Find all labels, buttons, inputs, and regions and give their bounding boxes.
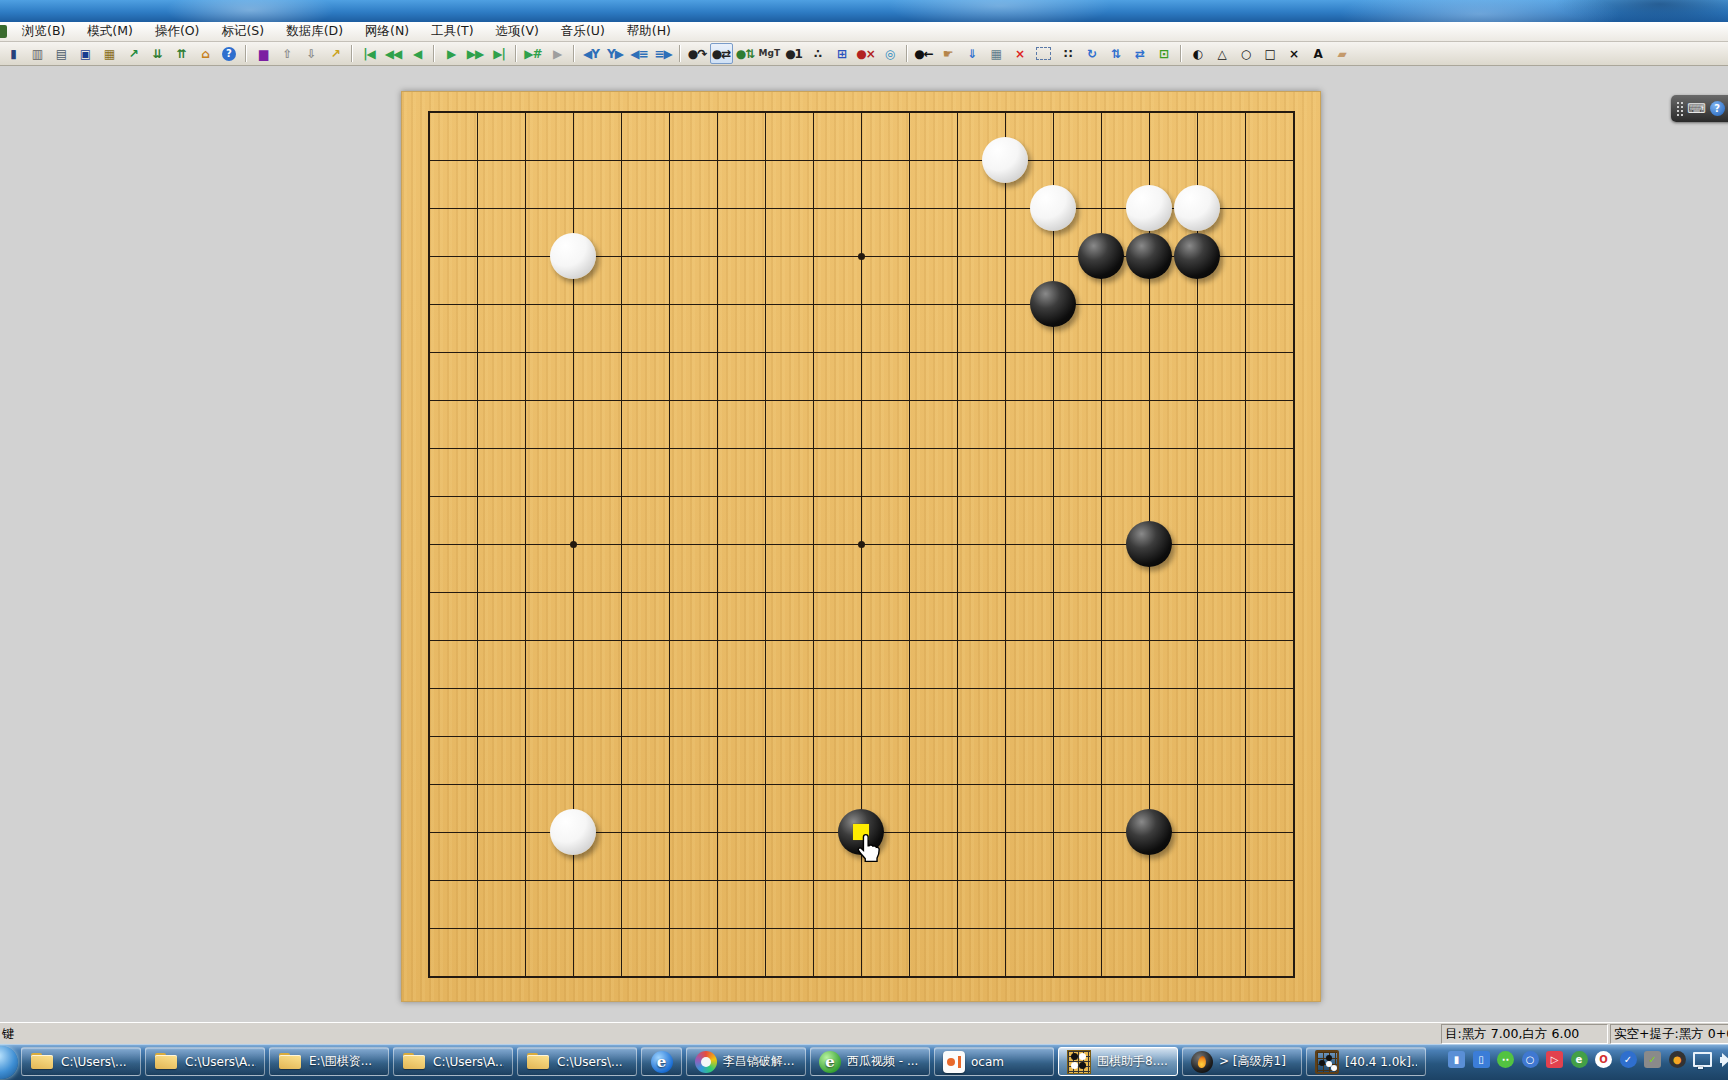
taskbar-button-label: 西瓜视频 - ... — [847, 1053, 918, 1070]
taskbar-button-label: C:\Users\A... — [433, 1055, 504, 1069]
stone-black-od[interactable] — [1078, 233, 1124, 279]
system-tray: ▮▯∙∙○▷eO✓✓● — [1448, 1051, 1728, 1068]
taskbar-button-label: 李昌镐破解... — [723, 1053, 794, 1070]
folder-window-1[interactable]: C:\Users\... — [21, 1047, 141, 1076]
folder-icon — [154, 1052, 179, 1071]
wood-board-icon — [1315, 1050, 1339, 1074]
letter-mark-icon[interactable]: A — [1306, 43, 1329, 64]
globe-icon[interactable]: ◎ — [878, 43, 901, 64]
delete-icon[interactable]: × — [1008, 43, 1031, 64]
langbar-help-icon[interactable]: ? — [1710, 101, 1725, 116]
play-mode-icon[interactable]: ●⇄ — [710, 43, 733, 64]
usb-device-icon[interactable]: ▯ — [1473, 1051, 1490, 1068]
folder-icon — [278, 1052, 303, 1071]
board-grid-icon[interactable]: ▦ — [98, 43, 121, 64]
keyboard-icon[interactable]: ⌨ — [1687, 101, 1706, 116]
mgt-format-icon[interactable]: MgT — [758, 43, 782, 64]
folder-icon — [402, 1052, 427, 1071]
nav-first-icon[interactable]: |◀ — [358, 43, 381, 64]
star-point — [858, 541, 865, 548]
open-export-icon[interactable]: ↗ — [324, 43, 347, 64]
count-icon[interactable]: ▦ — [984, 43, 1007, 64]
menu-item-5[interactable]: 网络(N) — [354, 22, 420, 41]
input-language-bar: ⌨ ? — [1671, 95, 1728, 122]
trial-play-icon[interactable]: ●⇅ — [734, 43, 757, 64]
tree-view-icon[interactable]: ∴ — [806, 43, 829, 64]
export-window-icon[interactable]: ↗ — [122, 43, 145, 64]
undo-move-icon[interactable]: ●↷ — [686, 43, 709, 64]
folder-window-5[interactable]: C:\Users\... — [517, 1047, 637, 1076]
down-arrow-icon[interactable]: ⇩ — [300, 43, 323, 64]
save-icon[interactable]: ▮ — [2, 43, 25, 64]
flip-vertical-icon[interactable]: ⇅ — [1104, 43, 1127, 64]
status-score: 实空+提子:黑方 0+0->0.00 白 — [1610, 1024, 1728, 1044]
menu-item-6[interactable]: 工具(T) — [420, 22, 484, 41]
xigua-video-window[interactable]: e西瓜视频 - ... — [810, 1047, 930, 1076]
wechat-icon[interactable]: ∙∙ — [1497, 1051, 1514, 1068]
square-mark-icon[interactable]: □ — [1258, 43, 1281, 64]
network-icon[interactable] — [1693, 1052, 1712, 1067]
home-icon[interactable]: ⌂ — [194, 43, 217, 64]
menu-item-0[interactable]: 浏览(B) — [11, 22, 76, 41]
triangle-mark-icon[interactable]: △ — [1210, 43, 1233, 64]
hand-place-icon[interactable]: ☛ — [936, 43, 959, 64]
document-icon[interactable]: ▤ — [50, 43, 73, 64]
go-client-window[interactable]: [40.4 1.0k]... — [1306, 1047, 1426, 1076]
taskbar: C:\Users\...C:\Users\A...E:\围棋资...C:\Use… — [0, 1044, 1728, 1080]
mouse-cursor — [856, 833, 882, 867]
menu-item-2[interactable]: 操作(O) — [144, 22, 211, 41]
folder-window-2[interactable]: C:\Users\A... — [145, 1047, 265, 1076]
workspace: ⌨ ? — [0, 66, 1728, 1022]
menu-item-7[interactable]: 选项(V) — [485, 22, 550, 41]
stone-black-pp[interactable] — [1126, 809, 1172, 855]
drop-stone-icon[interactable]: ⇓ — [960, 43, 983, 64]
volume-icon[interactable] — [1720, 1053, 1728, 1067]
stone-black-pd[interactable] — [1126, 233, 1172, 279]
ocam-icon — [943, 1051, 965, 1073]
menu-item-3[interactable]: 标记(S) — [210, 22, 275, 41]
stone-white-dp[interactable] — [550, 809, 596, 855]
folder-icon — [526, 1052, 551, 1071]
status-territory: 目:黑方 7.00,白方 6.00 — [1441, 1024, 1608, 1044]
move-number-icon[interactable]: ●1 — [782, 43, 805, 64]
print-icon[interactable]: ▥ — [26, 43, 49, 64]
nav-last-icon[interactable]: ▶| — [488, 43, 511, 64]
game-ball-icon[interactable]: ● — [1669, 1051, 1686, 1068]
select-region-icon[interactable] — [1032, 43, 1055, 64]
db-upload-icon[interactable]: ⇊ — [146, 43, 169, 64]
swirl-icon — [695, 1051, 717, 1073]
folder-window-3[interactable]: E:\围棋资... — [269, 1047, 389, 1076]
stone-mark-icon[interactable]: ◐ — [1186, 43, 1209, 64]
star-point — [858, 253, 865, 260]
scatter-stones-icon[interactable]: ∷ — [1056, 43, 1079, 64]
taskbar-button-label: > [高级房1] — [1219, 1053, 1286, 1070]
book-icon[interactable]: ▆ — [252, 43, 275, 64]
eraser-icon[interactable]: ▰ — [1330, 43, 1353, 64]
screen: 浏览(B)模式(M)操作(O)标记(S)数据库(D)网络(N)工具(T)选项(V… — [0, 0, 1728, 1080]
taskbar-button-label: C:\Users\... — [61, 1055, 127, 1069]
db-download-icon[interactable]: ⇈ — [170, 43, 193, 64]
image-view-icon[interactable]: ▣ — [74, 43, 97, 64]
ocam-window[interactable]: ocam — [934, 1047, 1054, 1076]
green-browser-icon[interactable]: e — [1571, 1051, 1588, 1068]
x-mark-icon[interactable]: × — [1282, 43, 1305, 64]
toolbar: ▮▥▤▣▦↗⇊⇈⌂?▆⇧⇩↗|◀◀◀◀▶▶▶▶|▶#▶◀YY▶◀≡≡▶●↷●⇄●… — [0, 42, 1728, 66]
stone-black-pj[interactable] — [1126, 521, 1172, 567]
taskbar-button-label: C:\Users\A... — [185, 1055, 256, 1069]
menu-item-9[interactable]: 帮助(H) — [616, 22, 682, 41]
video-window[interactable]: 李昌镐破解... — [686, 1047, 806, 1076]
star-point — [570, 541, 577, 548]
taskbar-button-label: [40.4 1.0k]... — [1345, 1055, 1417, 1069]
flame-icon — [1191, 1051, 1213, 1073]
menu-bar: 浏览(B)模式(M)操作(O)标记(S)数据库(D)网络(N)工具(T)选项(V… — [0, 22, 1728, 42]
stone-white-dd[interactable] — [550, 233, 596, 279]
stone-white-pc[interactable] — [1126, 185, 1172, 231]
branch-next-icon[interactable]: Y▶ — [604, 43, 627, 64]
go-board-icon — [1067, 1050, 1091, 1074]
usb-safe-icon[interactable]: ✓ — [1644, 1051, 1661, 1068]
taskbar-buttons: C:\Users\...C:\Users\A...E:\围棋资...C:\Use… — [21, 1047, 1426, 1076]
stone-black-ne[interactable] — [1030, 281, 1076, 327]
menu-item-8[interactable]: 音乐(U) — [550, 22, 616, 41]
taskbar-button-label: C:\Users\... — [557, 1055, 623, 1069]
folder-icon — [30, 1052, 55, 1071]
nav-back10-icon[interactable]: ◀◀ — [382, 43, 405, 64]
branch-prev-icon[interactable]: ◀Y — [580, 43, 603, 64]
stone-black-qd[interactable] — [1174, 233, 1220, 279]
red-ring-icon[interactable]: O — [1595, 1051, 1612, 1068]
comment-next-icon[interactable]: ≡▶ — [652, 43, 675, 64]
blue-e-icon: e — [651, 1051, 673, 1073]
rotate-icon[interactable]: ↻ — [1080, 43, 1103, 64]
remove-stones-icon[interactable]: ●× — [854, 43, 877, 64]
table-view-icon[interactable]: ⊞ — [830, 43, 853, 64]
green-e-icon: e — [819, 1051, 841, 1073]
taskbar-button-label: ocam — [971, 1055, 1004, 1069]
stone-white-nc[interactable] — [1030, 185, 1076, 231]
help-icon[interactable]: ? — [218, 43, 241, 64]
black-first-icon[interactable]: ●← — [912, 43, 935, 64]
langbar-grip[interactable] — [1676, 101, 1683, 117]
nav-jump-icon[interactable]: ▶# — [522, 43, 545, 64]
circle-mark-icon[interactable]: ○ — [1234, 43, 1257, 64]
taskbar-button-label: E:\围棋资... — [309, 1053, 372, 1070]
ie-browser-window[interactable]: e — [641, 1047, 682, 1076]
nav-forward-icon[interactable]: ▶ — [440, 43, 463, 64]
shield-icon[interactable]: ○ — [1522, 1051, 1539, 1068]
media-app-icon[interactable]: ▷ — [1546, 1051, 1563, 1068]
autoplay-icon[interactable]: ▶ — [546, 43, 569, 64]
stone-white-qc[interactable] — [1174, 185, 1220, 231]
folder-window-4[interactable]: C:\Users\A... — [393, 1047, 513, 1076]
status-bar: 键 目:黑方 7.00,白方 6.00 实空+提子:黑方 0+0->0.00 白 — [0, 1022, 1728, 1045]
start-button[interactable] — [0, 1046, 18, 1079]
go-assistant-window[interactable]: 围棋助手8.... — [1058, 1047, 1178, 1076]
go-board-panel — [401, 91, 1321, 1002]
menu-item-1[interactable]: 模式(M) — [76, 22, 144, 41]
flip-horizontal-icon[interactable]: ⇄ — [1128, 43, 1151, 64]
window-title-strip — [0, 0, 1728, 22]
cascade-windows-icon[interactable]: ⊡ — [1152, 43, 1175, 64]
menu-item-4[interactable]: 数据库(D) — [275, 22, 354, 41]
nav-back-icon[interactable]: ◀ — [406, 43, 429, 64]
nav-forward10-icon[interactable]: ▶▶ — [464, 43, 487, 64]
check-shield-icon[interactable]: ✓ — [1620, 1051, 1637, 1068]
usb-drive-icon[interactable]: ▮ — [1448, 1051, 1465, 1068]
app-icon — [0, 25, 7, 38]
comment-prev-icon[interactable]: ◀≡ — [628, 43, 651, 64]
taskbar-button-label: 围棋助手8.... — [1097, 1053, 1168, 1070]
stone-white-mb[interactable] — [982, 137, 1028, 183]
status-message: 键 — [0, 1026, 1439, 1043]
game-room-window[interactable]: > [高级房1] — [1182, 1047, 1302, 1076]
up-arrow-icon[interactable]: ⇧ — [276, 43, 299, 64]
